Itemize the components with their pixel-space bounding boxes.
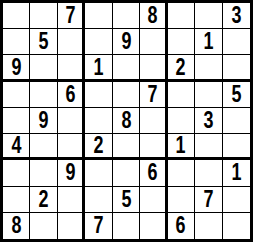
sudoku-cell-r6c5[interactable] [113, 134, 140, 160]
sudoku-cell-r2c2[interactable]: 5 [30, 29, 57, 55]
sudoku-cell-r4c8[interactable] [195, 82, 222, 108]
sudoku-cell-r1c4[interactable] [85, 3, 112, 29]
sudoku-cell-r3c3[interactable] [58, 55, 85, 81]
cell-digit: 7 [65, 4, 75, 27]
cell-digit: 1 [231, 161, 241, 184]
sudoku-cell-r6c3[interactable] [58, 134, 85, 160]
sudoku-cell-r5c7[interactable] [168, 108, 195, 134]
sudoku-cell-r5c1[interactable] [3, 108, 30, 134]
sudoku-cell-r3c1[interactable]: 9 [3, 55, 30, 81]
cell-digit: 6 [65, 83, 75, 106]
sudoku-cell-r6c7[interactable]: 1 [168, 134, 195, 160]
sudoku-cell-r8c3[interactable] [58, 187, 85, 213]
cell-digit: 4 [11, 134, 21, 157]
sudoku-cell-r5c9[interactable] [223, 108, 250, 134]
sudoku-cell-r2c7[interactable] [168, 29, 195, 55]
sudoku-cell-r4c3[interactable]: 6 [58, 82, 85, 108]
sudoku-cell-r8c4[interactable] [85, 187, 112, 213]
sudoku-cell-r7c8[interactable] [195, 160, 222, 186]
sudoku-cell-r9c5[interactable] [113, 213, 140, 239]
sudoku-cell-r6c1[interactable]: 4 [3, 134, 30, 160]
sudoku-cell-r5c3[interactable] [58, 108, 85, 134]
sudoku-cell-r5c2[interactable]: 9 [30, 108, 57, 134]
sudoku-cell-r4c6[interactable]: 7 [140, 82, 167, 108]
sudoku-cell-r4c7[interactable] [168, 82, 195, 108]
sudoku-cell-r3c2[interactable] [30, 55, 57, 81]
cell-digit: 7 [147, 83, 157, 106]
sudoku-cell-r8c2[interactable]: 2 [30, 187, 57, 213]
sudoku-cell-r4c1[interactable] [3, 82, 30, 108]
sudoku-cell-r8c7[interactable] [168, 187, 195, 213]
sudoku-cell-r2c8[interactable]: 1 [195, 29, 222, 55]
sudoku-cell-r4c4[interactable] [85, 82, 112, 108]
cell-digit: 2 [39, 188, 49, 211]
sudoku-cell-r7c7[interactable] [168, 160, 195, 186]
sudoku-cell-r8c6[interactable] [140, 187, 167, 213]
sudoku-cell-r7c9[interactable]: 1 [223, 160, 250, 186]
sudoku-cell-r8c8[interactable]: 7 [195, 187, 222, 213]
cell-digit: 9 [121, 30, 131, 53]
sudoku-cell-r1c2[interactable] [30, 3, 57, 29]
sudoku-cell-r7c6[interactable]: 6 [140, 160, 167, 186]
sudoku-cell-r5c6[interactable] [140, 108, 167, 134]
cell-digit: 6 [176, 214, 186, 237]
sudoku-cell-r3c7[interactable]: 2 [168, 55, 195, 81]
sudoku-cell-r1c7[interactable] [168, 3, 195, 29]
sudoku-cell-r1c8[interactable] [195, 3, 222, 29]
sudoku-cell-r9c6[interactable] [140, 213, 167, 239]
sudoku-cell-r3c5[interactable] [113, 55, 140, 81]
cell-digit: 7 [94, 214, 104, 237]
sudoku-cell-r9c9[interactable] [223, 213, 250, 239]
cell-digit: 1 [203, 30, 213, 53]
sudoku-cell-r7c1[interactable] [3, 160, 30, 186]
sudoku-cell-r4c2[interactable] [30, 82, 57, 108]
cell-digit: 9 [11, 56, 21, 79]
sudoku-cell-r7c2[interactable] [30, 160, 57, 186]
sudoku-cell-r1c9[interactable]: 3 [223, 3, 250, 29]
cell-digit: 5 [121, 188, 131, 211]
cell-digit: 5 [39, 30, 49, 53]
sudoku-cell-r2c4[interactable] [85, 29, 112, 55]
cell-digit: 6 [147, 161, 157, 184]
sudoku-cell-r5c5[interactable]: 8 [113, 108, 140, 134]
cell-digit: 2 [94, 134, 104, 157]
cell-digit: 9 [65, 161, 75, 184]
sudoku-cell-r7c3[interactable]: 9 [58, 160, 85, 186]
sudoku-cell-r3c6[interactable] [140, 55, 167, 81]
sudoku-cell-r8c1[interactable] [3, 187, 30, 213]
sudoku-cell-r6c4[interactable]: 2 [85, 134, 112, 160]
sudoku-cell-r3c4[interactable]: 1 [85, 55, 112, 81]
sudoku-cell-r7c4[interactable] [85, 160, 112, 186]
sudoku-cell-r1c6[interactable]: 8 [140, 3, 167, 29]
sudoku-cell-r1c1[interactable] [3, 3, 30, 29]
sudoku-cell-r1c3[interactable]: 7 [58, 3, 85, 29]
sudoku-cell-r9c4[interactable]: 7 [85, 213, 112, 239]
sudoku-cell-r2c9[interactable] [223, 29, 250, 55]
sudoku-cell-r7c5[interactable] [113, 160, 140, 186]
cell-digit: 1 [94, 56, 104, 79]
sudoku-cell-r5c4[interactable] [85, 108, 112, 134]
sudoku-cell-r6c2[interactable] [30, 134, 57, 160]
sudoku-cell-r9c3[interactable] [58, 213, 85, 239]
sudoku-cell-r2c3[interactable] [58, 29, 85, 55]
sudoku-board: 783591912675983421961257876 [0, 0, 253, 242]
sudoku-cell-r9c7[interactable]: 6 [168, 213, 195, 239]
sudoku-cell-r6c6[interactable] [140, 134, 167, 160]
cell-digit: 8 [147, 4, 157, 27]
sudoku-cell-r6c9[interactable] [223, 134, 250, 160]
sudoku-cell-r9c8[interactable] [195, 213, 222, 239]
sudoku-cell-r1c5[interactable] [113, 3, 140, 29]
sudoku-cell-r3c8[interactable] [195, 55, 222, 81]
sudoku-cell-r3c9[interactable] [223, 55, 250, 81]
sudoku-cell-r5c8[interactable]: 3 [195, 108, 222, 134]
sudoku-cell-r4c5[interactable] [113, 82, 140, 108]
cell-digit: 1 [176, 134, 186, 157]
sudoku-cell-r2c1[interactable] [3, 29, 30, 55]
sudoku-cell-r6c8[interactable] [195, 134, 222, 160]
sudoku-cell-r8c9[interactable] [223, 187, 250, 213]
cell-digit: 5 [231, 83, 241, 106]
sudoku-cell-r9c1[interactable]: 8 [3, 213, 30, 239]
cell-digit: 3 [203, 109, 213, 132]
cell-digit: 3 [231, 4, 241, 27]
sudoku-cell-r8c5[interactable]: 5 [113, 187, 140, 213]
cell-digit: 8 [11, 214, 21, 237]
cell-digit: 2 [176, 56, 186, 79]
cell-digit: 9 [39, 109, 49, 132]
sudoku-cell-r4c9[interactable]: 5 [223, 82, 250, 108]
sudoku-cell-r9c2[interactable] [30, 213, 57, 239]
cell-digit: 7 [203, 188, 213, 211]
sudoku-cell-r2c6[interactable] [140, 29, 167, 55]
cell-digit: 8 [121, 109, 131, 132]
sudoku-cell-r2c5[interactable]: 9 [113, 29, 140, 55]
